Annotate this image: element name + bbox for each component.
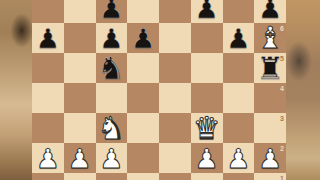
white-pawn-icon[interactable]: ♟ — [226, 145, 250, 172]
square-a4[interactable] — [32, 83, 64, 113]
square-h6[interactable]: ♝6 — [254, 23, 286, 53]
square-e5[interactable] — [159, 53, 191, 83]
white-pawn-icon[interactable]: ♟ — [258, 145, 282, 172]
square-f6[interactable] — [191, 23, 223, 53]
black-pawn-icon[interactable]: ♟ — [99, 25, 123, 52]
square-b5[interactable] — [64, 53, 96, 83]
square-d7[interactable] — [127, 0, 159, 23]
square-h5[interactable]: ♜5 — [254, 53, 286, 83]
square-g3[interactable] — [223, 113, 255, 143]
square-b7[interactable] — [64, 0, 96, 23]
white-pawn-icon[interactable]: ♟ — [68, 145, 92, 172]
square-g5[interactable] — [223, 53, 255, 83]
white-pawn-icon[interactable]: ♟ — [99, 145, 123, 172]
square-f1[interactable] — [191, 173, 223, 180]
square-a5[interactable] — [32, 53, 64, 83]
square-f4[interactable] — [191, 83, 223, 113]
square-f2[interactable]: ♟ — [191, 143, 223, 173]
square-c3[interactable]: ♞ — [96, 113, 128, 143]
white-knight-icon[interactable]: ♞ — [97, 113, 125, 144]
square-c2[interactable]: ♟ — [96, 143, 128, 173]
square-c4[interactable] — [96, 83, 128, 113]
square-g4[interactable] — [223, 83, 255, 113]
square-e3[interactable] — [159, 113, 191, 143]
rank-label-3: 3 — [280, 115, 284, 122]
black-pawn-icon[interactable]: ♟ — [131, 25, 155, 52]
square-e4[interactable] — [159, 83, 191, 113]
square-c7[interactable]: ♟ — [96, 0, 128, 23]
square-f3[interactable]: ♛ — [191, 113, 223, 143]
square-c5[interactable]: ♞ — [96, 53, 128, 83]
square-d5[interactable] — [127, 53, 159, 83]
square-a7[interactable] — [32, 0, 64, 23]
square-c6[interactable]: ♟ — [96, 23, 128, 53]
black-pawn-icon[interactable]: ♟ — [99, 0, 123, 22]
square-d6[interactable]: ♟ — [127, 23, 159, 53]
square-c1[interactable] — [96, 173, 128, 180]
white-pawn-icon[interactable]: ♟ — [195, 145, 219, 172]
square-a2[interactable]: ♟ — [32, 143, 64, 173]
square-h2[interactable]: ♟2 — [254, 143, 286, 173]
square-a3[interactable] — [32, 113, 64, 143]
square-g2[interactable]: ♟ — [223, 143, 255, 173]
square-d4[interactable] — [127, 83, 159, 113]
square-d2[interactable] — [127, 143, 159, 173]
thumbnail-stage: ♟♟♟♟♟♟♟♝6♞♜54♞♛3♟♟♟♟♟♟21 — [0, 0, 320, 180]
square-d1[interactable] — [127, 173, 159, 180]
square-f7[interactable]: ♟ — [191, 0, 223, 23]
square-f5[interactable] — [191, 53, 223, 83]
letterbox-left — [0, 0, 32, 180]
square-e6[interactable] — [159, 23, 191, 53]
square-b1[interactable] — [64, 173, 96, 180]
black-pawn-icon[interactable]: ♟ — [195, 0, 219, 22]
black-rook-icon[interactable]: ♜ — [256, 53, 284, 84]
white-pawn-icon[interactable]: ♟ — [36, 145, 60, 172]
letterbox-right — [286, 0, 320, 180]
black-pawn-icon[interactable]: ♟ — [226, 25, 250, 52]
chess-board: ♟♟♟♟♟♟♟♝6♞♜54♞♛3♟♟♟♟♟♟21 — [32, 0, 286, 180]
black-pawn-icon[interactable]: ♟ — [258, 0, 282, 22]
white-bishop-icon[interactable]: ♝ — [257, 23, 284, 53]
square-g1[interactable] — [223, 173, 255, 180]
square-b2[interactable]: ♟ — [64, 143, 96, 173]
black-pawn-icon[interactable]: ♟ — [36, 25, 60, 52]
rank-label-1: 1 — [280, 175, 284, 180]
square-e7[interactable] — [159, 0, 191, 23]
square-a6[interactable]: ♟ — [32, 23, 64, 53]
square-h3[interactable]: 3 — [254, 113, 286, 143]
square-a1[interactable] — [32, 173, 64, 180]
square-b3[interactable] — [64, 113, 96, 143]
square-g7[interactable] — [223, 0, 255, 23]
square-h1[interactable]: 1 — [254, 173, 286, 180]
square-d3[interactable] — [127, 113, 159, 143]
square-b6[interactable] — [64, 23, 96, 53]
square-e2[interactable] — [159, 143, 191, 173]
square-b4[interactable] — [64, 83, 96, 113]
square-h4[interactable]: 4 — [254, 83, 286, 113]
rank-label-4: 4 — [280, 85, 284, 92]
white-queen-icon[interactable]: ♛ — [193, 113, 221, 144]
square-e1[interactable] — [159, 173, 191, 180]
black-knight-icon[interactable]: ♞ — [97, 53, 125, 84]
square-g6[interactable]: ♟ — [223, 23, 255, 53]
